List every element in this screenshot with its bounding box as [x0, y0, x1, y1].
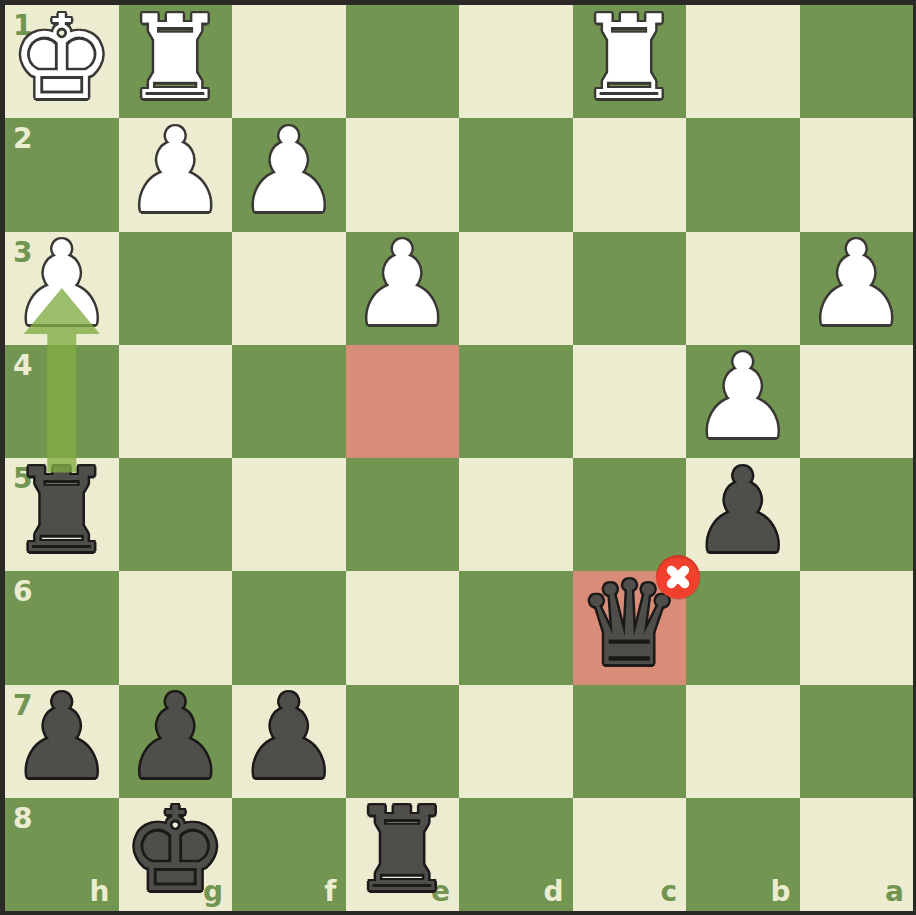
square-a6[interactable]: [800, 571, 914, 684]
square-a7[interactable]: [800, 685, 914, 798]
square-a5[interactable]: [800, 458, 914, 571]
square-d8[interactable]: d: [459, 798, 573, 911]
square-g6[interactable]: [119, 571, 233, 684]
white-pawn[interactable]: ♟: [686, 341, 800, 454]
square-h7[interactable]: 7♟: [5, 685, 119, 798]
black-pawn[interactable]: ♟: [232, 681, 346, 794]
square-d7[interactable]: [459, 685, 573, 798]
square-c7[interactable]: [573, 685, 687, 798]
square-e4[interactable]: [346, 345, 460, 458]
file-label-b: b: [770, 878, 790, 906]
square-a1[interactable]: [800, 5, 914, 118]
square-e2[interactable]: [346, 118, 460, 231]
square-g5[interactable]: [119, 458, 233, 571]
white-pawn[interactable]: ♟: [5, 228, 119, 341]
square-g7[interactable]: ♟: [119, 685, 233, 798]
square-c5[interactable]: [573, 458, 687, 571]
black-pawn[interactable]: ♟: [5, 681, 119, 794]
white-pawn[interactable]: ♟: [800, 228, 914, 341]
square-h5[interactable]: 5♜: [5, 458, 119, 571]
white-rook[interactable]: ♜: [573, 1, 687, 114]
square-e7[interactable]: [346, 685, 460, 798]
square-f2[interactable]: ♟: [232, 118, 346, 231]
square-b6[interactable]: [686, 571, 800, 684]
square-f3[interactable]: [232, 232, 346, 345]
square-b8[interactable]: b: [686, 798, 800, 911]
square-b1[interactable]: [686, 5, 800, 118]
chess-board: 1♚♜♜2♟♟3♟♟♟4♟5♜♟6♛7♟♟♟8hg♚fe♜dcba: [5, 5, 913, 911]
square-f5[interactable]: [232, 458, 346, 571]
white-rook[interactable]: ♜: [119, 1, 233, 114]
file-label-a: a: [885, 878, 904, 906]
square-b5[interactable]: ♟: [686, 458, 800, 571]
square-a3[interactable]: ♟: [800, 232, 914, 345]
square-h4[interactable]: 4: [5, 345, 119, 458]
white-pawn[interactable]: ♟: [346, 228, 460, 341]
square-b7[interactable]: [686, 685, 800, 798]
square-b4[interactable]: ♟: [686, 345, 800, 458]
wrong-move-x-badge: [656, 555, 700, 599]
square-h3[interactable]: 3♟: [5, 232, 119, 345]
file-label-f: f: [324, 878, 336, 906]
square-e6[interactable]: [346, 571, 460, 684]
black-pawn[interactable]: ♟: [686, 454, 800, 567]
rank-label-4: 4: [13, 352, 32, 380]
square-f1[interactable]: [232, 5, 346, 118]
square-f6[interactable]: [232, 571, 346, 684]
white-king[interactable]: ♚: [5, 1, 119, 114]
black-rook[interactable]: ♜: [346, 794, 460, 907]
square-f8[interactable]: f: [232, 798, 346, 911]
square-a2[interactable]: [800, 118, 914, 231]
square-c8[interactable]: c: [573, 798, 687, 911]
square-c1[interactable]: ♜: [573, 5, 687, 118]
square-d6[interactable]: [459, 571, 573, 684]
square-c3[interactable]: [573, 232, 687, 345]
square-g4[interactable]: [119, 345, 233, 458]
square-c4[interactable]: [573, 345, 687, 458]
white-pawn[interactable]: ♟: [119, 114, 233, 227]
square-d4[interactable]: [459, 345, 573, 458]
rank-label-6: 6: [13, 578, 32, 606]
white-pawn[interactable]: ♟: [232, 114, 346, 227]
square-b3[interactable]: [686, 232, 800, 345]
square-e3[interactable]: ♟: [346, 232, 460, 345]
square-d2[interactable]: [459, 118, 573, 231]
file-label-d: d: [543, 878, 563, 906]
square-h2[interactable]: 2: [5, 118, 119, 231]
square-e5[interactable]: [346, 458, 460, 571]
rank-label-2: 2: [13, 125, 32, 153]
square-h1[interactable]: 1♚: [5, 5, 119, 118]
black-pawn[interactable]: ♟: [119, 681, 233, 794]
square-d3[interactable]: [459, 232, 573, 345]
square-b2[interactable]: [686, 118, 800, 231]
square-f4[interactable]: [232, 345, 346, 458]
square-g8[interactable]: g♚: [119, 798, 233, 911]
square-e8[interactable]: e♜: [346, 798, 460, 911]
rank-label-8: 8: [13, 805, 32, 833]
square-f7[interactable]: ♟: [232, 685, 346, 798]
file-label-c: c: [660, 878, 677, 906]
board-frame: 1♚♜♜2♟♟3♟♟♟4♟5♜♟6♛7♟♟♟8hg♚fe♜dcba: [0, 0, 916, 915]
square-d5[interactable]: [459, 458, 573, 571]
black-rook[interactable]: ♜: [5, 454, 119, 567]
file-label-h: h: [90, 878, 110, 906]
black-king[interactable]: ♚: [119, 794, 233, 907]
square-e1[interactable]: [346, 5, 460, 118]
square-a8[interactable]: a: [800, 798, 914, 911]
square-d1[interactable]: [459, 5, 573, 118]
square-h8[interactable]: 8h: [5, 798, 119, 911]
square-g1[interactable]: ♜: [119, 5, 233, 118]
square-c2[interactable]: [573, 118, 687, 231]
square-g2[interactable]: ♟: [119, 118, 233, 231]
square-a4[interactable]: [800, 345, 914, 458]
square-h6[interactable]: 6: [5, 571, 119, 684]
square-g3[interactable]: [119, 232, 233, 345]
